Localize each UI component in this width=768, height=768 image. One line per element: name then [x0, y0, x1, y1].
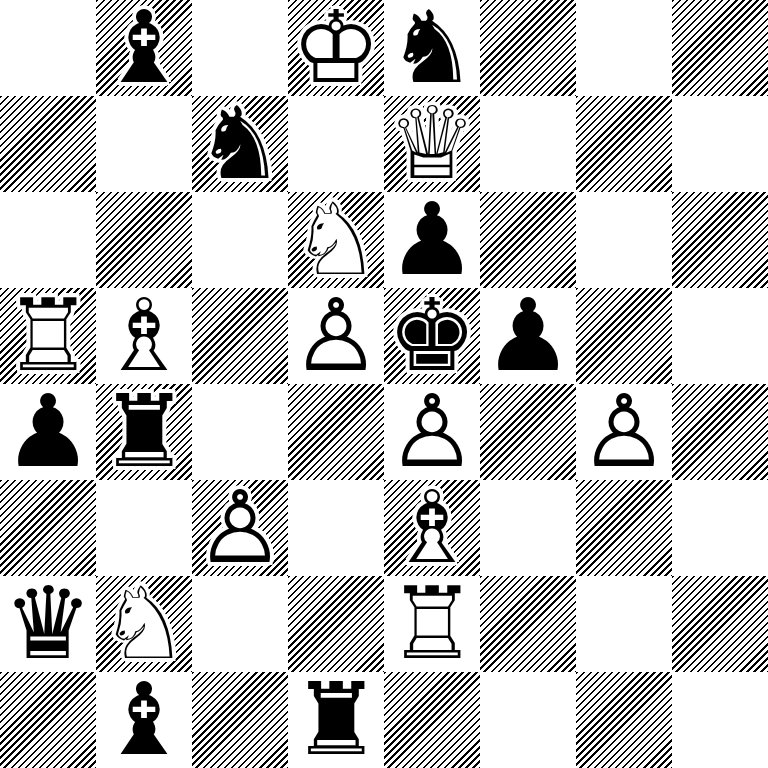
square-f3[interactable] — [480, 480, 576, 576]
piece-fill-layer: ♝ — [96, 288, 192, 384]
square-h8[interactable] — [672, 0, 768, 96]
piece-outline-layer: ♙ — [288, 288, 384, 384]
piece-glyph: ♟ — [480, 288, 576, 384]
black-pawn: ♟ — [0, 384, 96, 480]
square-e3[interactable]: ♝♗ — [384, 480, 480, 576]
square-e1[interactable] — [384, 672, 480, 768]
white-pawn: ♟♙ — [384, 384, 480, 480]
white-rook: ♜♖ — [0, 288, 96, 384]
square-h5[interactable] — [672, 288, 768, 384]
piece-glyph: ♟ — [0, 384, 96, 480]
piece-fill-layer: ♜ — [0, 288, 96, 384]
piece-outline-layer: ♙ — [192, 480, 288, 576]
piece-glyph: ♞ — [192, 96, 288, 192]
white-pawn: ♟♙ — [576, 384, 672, 480]
square-e8[interactable]: ♞ — [384, 0, 480, 96]
square-c1[interactable] — [192, 672, 288, 768]
black-pawn: ♟ — [384, 192, 480, 288]
piece-glyph: ♜ — [96, 384, 192, 480]
square-e6[interactable]: ♟ — [384, 192, 480, 288]
piece-outline-layer: ♘ — [96, 576, 192, 672]
piece-glyph: ♞ — [384, 0, 480, 96]
black-rook: ♜ — [288, 672, 384, 768]
square-d7[interactable] — [288, 96, 384, 192]
square-g5[interactable] — [576, 288, 672, 384]
piece-fill-layer: ♟ — [576, 384, 672, 480]
square-f2[interactable] — [480, 576, 576, 672]
piece-outline-layer: ♙ — [384, 384, 480, 480]
piece-outline-layer: ♔ — [288, 0, 384, 96]
square-d5[interactable]: ♟♙ — [288, 288, 384, 384]
square-e5[interactable]: ♚ — [384, 288, 480, 384]
black-knight: ♞ — [384, 0, 480, 96]
square-e4[interactable]: ♟♙ — [384, 384, 480, 480]
square-b7[interactable] — [96, 96, 192, 192]
square-h1[interactable] — [672, 672, 768, 768]
white-queen: ♛♕ — [384, 96, 480, 192]
square-d6[interactable]: ♞♘ — [288, 192, 384, 288]
square-b1[interactable]: ♝ — [96, 672, 192, 768]
piece-fill-layer: ♟ — [288, 288, 384, 384]
black-rook: ♜ — [96, 384, 192, 480]
square-a3[interactable] — [0, 480, 96, 576]
piece-outline-layer: ♗ — [96, 288, 192, 384]
piece-outline-layer: ♙ — [576, 384, 672, 480]
square-d4[interactable] — [288, 384, 384, 480]
square-a5[interactable]: ♜♖ — [0, 288, 96, 384]
black-queen: ♛ — [0, 576, 96, 672]
square-c4[interactable] — [192, 384, 288, 480]
white-bishop: ♝♗ — [96, 288, 192, 384]
white-knight: ♞♘ — [96, 576, 192, 672]
square-g8[interactable] — [576, 0, 672, 96]
black-knight: ♞ — [192, 96, 288, 192]
square-h7[interactable] — [672, 96, 768, 192]
piece-glyph: ♜ — [288, 672, 384, 768]
white-rook: ♜♖ — [384, 576, 480, 672]
piece-fill-layer: ♜ — [384, 576, 480, 672]
piece-glyph: ♝ — [96, 0, 192, 96]
square-h2[interactable] — [672, 576, 768, 672]
chess-board: ♝♚♔♞♞♛♕♞♘♟♜♖♝♗♟♙♚♟♟♜♟♙♟♙♟♙♝♗♛♞♘♜♖♝♜ — [0, 0, 768, 768]
square-a2[interactable]: ♛ — [0, 576, 96, 672]
white-bishop: ♝♗ — [384, 480, 480, 576]
square-g6[interactable] — [576, 192, 672, 288]
piece-fill-layer: ♟ — [384, 384, 480, 480]
piece-glyph: ♚ — [384, 288, 480, 384]
piece-fill-layer: ♝ — [384, 480, 480, 576]
square-a1[interactable] — [0, 672, 96, 768]
square-e7[interactable]: ♛♕ — [384, 96, 480, 192]
square-b6[interactable] — [96, 192, 192, 288]
piece-glyph: ♝ — [96, 672, 192, 768]
square-f5[interactable]: ♟ — [480, 288, 576, 384]
black-bishop: ♝ — [96, 672, 192, 768]
black-bishop: ♝ — [96, 0, 192, 96]
square-c3[interactable]: ♟♙ — [192, 480, 288, 576]
square-a7[interactable] — [0, 96, 96, 192]
white-knight: ♞♘ — [288, 192, 384, 288]
black-king: ♚ — [384, 288, 480, 384]
square-f7[interactable] — [480, 96, 576, 192]
square-d2[interactable] — [288, 576, 384, 672]
square-c7[interactable]: ♞ — [192, 96, 288, 192]
square-a8[interactable] — [0, 0, 96, 96]
square-g4[interactable]: ♟♙ — [576, 384, 672, 480]
square-b3[interactable] — [96, 480, 192, 576]
square-d8[interactable]: ♚♔ — [288, 0, 384, 96]
square-d1[interactable]: ♜ — [288, 672, 384, 768]
chessboard-container: ♝♚♔♞♞♛♕♞♘♟♜♖♝♗♟♙♚♟♟♜♟♙♟♙♟♙♝♗♛♞♘♜♖♝♜ — [0, 0, 768, 768]
square-c5[interactable] — [192, 288, 288, 384]
white-king: ♚♔ — [288, 0, 384, 96]
piece-glyph: ♛ — [0, 576, 96, 672]
white-pawn: ♟♙ — [288, 288, 384, 384]
square-g7[interactable] — [576, 96, 672, 192]
square-c8[interactable] — [192, 0, 288, 96]
square-g2[interactable] — [576, 576, 672, 672]
square-h3[interactable] — [672, 480, 768, 576]
piece-glyph: ♟ — [384, 192, 480, 288]
piece-fill-layer: ♟ — [192, 480, 288, 576]
square-f8[interactable] — [480, 0, 576, 96]
square-g3[interactable] — [576, 480, 672, 576]
square-f1[interactable] — [480, 672, 576, 768]
piece-fill-layer: ♞ — [96, 576, 192, 672]
square-e2[interactable]: ♜♖ — [384, 576, 480, 672]
white-pawn: ♟♙ — [192, 480, 288, 576]
black-pawn: ♟ — [480, 288, 576, 384]
piece-outline-layer: ♕ — [384, 96, 480, 192]
square-f4[interactable] — [480, 384, 576, 480]
square-c2[interactable] — [192, 576, 288, 672]
square-h6[interactable] — [672, 192, 768, 288]
square-h4[interactable] — [672, 384, 768, 480]
square-f6[interactable] — [480, 192, 576, 288]
square-g1[interactable] — [576, 672, 672, 768]
square-b2[interactable]: ♞♘ — [96, 576, 192, 672]
piece-outline-layer: ♘ — [288, 192, 384, 288]
piece-outline-layer: ♗ — [384, 480, 480, 576]
square-b8[interactable]: ♝ — [96, 0, 192, 96]
piece-fill-layer: ♞ — [288, 192, 384, 288]
piece-outline-layer: ♖ — [384, 576, 480, 672]
piece-outline-layer: ♖ — [0, 288, 96, 384]
square-c6[interactable] — [192, 192, 288, 288]
square-b5[interactable]: ♝♗ — [96, 288, 192, 384]
square-a6[interactable] — [0, 192, 96, 288]
piece-fill-layer: ♛ — [384, 96, 480, 192]
square-d3[interactable] — [288, 480, 384, 576]
piece-fill-layer: ♚ — [288, 0, 384, 96]
square-b4[interactable]: ♜ — [96, 384, 192, 480]
square-a4[interactable]: ♟ — [0, 384, 96, 480]
